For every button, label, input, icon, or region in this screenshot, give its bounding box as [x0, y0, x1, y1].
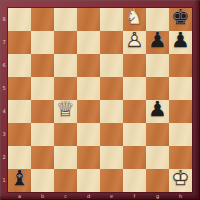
- piece-outline: ♙: [123, 29, 146, 52]
- square-f2[interactable]: [123, 146, 146, 169]
- square-a3[interactable]: [8, 123, 31, 146]
- black-bishop[interactable]: ♝: [8, 169, 31, 192]
- piece-glyph: ♟: [169, 29, 192, 52]
- piece-glyph: ♟: [146, 98, 169, 121]
- square-b4[interactable]: [31, 100, 54, 123]
- square-g6[interactable]: [146, 54, 169, 77]
- square-f4[interactable]: [123, 100, 146, 123]
- rank-label-4: 4: [0, 100, 8, 123]
- square-c1[interactable]: [54, 169, 77, 192]
- square-f3[interactable]: [123, 123, 146, 146]
- piece-outline: ♘: [123, 6, 146, 29]
- square-d5[interactable]: [77, 77, 100, 100]
- square-d8[interactable]: [77, 8, 100, 31]
- square-c6[interactable]: [54, 54, 77, 77]
- white-queen[interactable]: ♛♕: [54, 100, 77, 123]
- square-c8[interactable]: [54, 8, 77, 31]
- piece-outline: ♕: [54, 98, 77, 121]
- square-c7[interactable]: [54, 31, 77, 54]
- square-d4[interactable]: [77, 100, 100, 123]
- square-g4[interactable]: ♟: [146, 100, 169, 123]
- rank-label-2: 2: [0, 146, 8, 169]
- square-f1[interactable]: [123, 169, 146, 192]
- square-e2[interactable]: [100, 146, 123, 169]
- square-a6[interactable]: [8, 54, 31, 77]
- file-label-f: f: [123, 192, 146, 200]
- square-a8[interactable]: [8, 8, 31, 31]
- file-label-g: g: [146, 192, 169, 200]
- square-h3[interactable]: [169, 123, 192, 146]
- square-b2[interactable]: [31, 146, 54, 169]
- square-d1[interactable]: [77, 169, 100, 192]
- chess-board-frame: ♞♘♚♟♙♟♟♛♕♟♝♚♔ 87654321 abcdefgh: [0, 0, 200, 200]
- square-b6[interactable]: [31, 54, 54, 77]
- chess-board: ♞♘♚♟♙♟♟♛♕♟♝♚♔: [8, 8, 192, 192]
- square-h5[interactable]: [169, 77, 192, 100]
- square-d6[interactable]: [77, 54, 100, 77]
- rank-label-6: 6: [0, 54, 8, 77]
- square-b8[interactable]: [31, 8, 54, 31]
- black-pawn[interactable]: ♟: [146, 31, 169, 54]
- piece-glyph: ♚: [169, 6, 192, 29]
- square-h1[interactable]: ♚♔: [169, 169, 192, 192]
- square-h7[interactable]: ♟: [169, 31, 192, 54]
- piece-outline: ♔: [169, 167, 192, 190]
- square-g2[interactable]: [146, 146, 169, 169]
- square-g1[interactable]: [146, 169, 169, 192]
- square-e5[interactable]: [100, 77, 123, 100]
- square-b5[interactable]: [31, 77, 54, 100]
- piece-glyph: ♝: [8, 167, 31, 190]
- square-b1[interactable]: [31, 169, 54, 192]
- rank-label-3: 3: [0, 123, 8, 146]
- white-pawn[interactable]: ♟♙: [123, 31, 146, 54]
- file-label-c: c: [54, 192, 77, 200]
- square-a5[interactable]: [8, 77, 31, 100]
- white-king[interactable]: ♚♔: [169, 169, 192, 192]
- square-a1[interactable]: ♝: [8, 169, 31, 192]
- square-f7[interactable]: ♟♙: [123, 31, 146, 54]
- piece-glyph: ♟: [146, 29, 169, 52]
- rank-label-5: 5: [0, 77, 8, 100]
- square-e7[interactable]: [100, 31, 123, 54]
- square-e1[interactable]: [100, 169, 123, 192]
- square-e4[interactable]: [100, 100, 123, 123]
- square-e8[interactable]: [100, 8, 123, 31]
- square-g7[interactable]: ♟: [146, 31, 169, 54]
- file-label-d: d: [77, 192, 100, 200]
- square-d3[interactable]: [77, 123, 100, 146]
- black-pawn[interactable]: ♟: [146, 100, 169, 123]
- square-f6[interactable]: [123, 54, 146, 77]
- square-d2[interactable]: [77, 146, 100, 169]
- square-d7[interactable]: [77, 31, 100, 54]
- square-h4[interactable]: [169, 100, 192, 123]
- black-pawn[interactable]: ♟: [169, 31, 192, 54]
- rank-label-1: 1: [0, 169, 8, 192]
- square-a4[interactable]: [8, 100, 31, 123]
- square-h6[interactable]: [169, 54, 192, 77]
- rank-label-7: 7: [0, 31, 8, 54]
- file-label-h: h: [169, 192, 192, 200]
- square-c3[interactable]: [54, 123, 77, 146]
- square-g3[interactable]: [146, 123, 169, 146]
- square-e3[interactable]: [100, 123, 123, 146]
- square-a7[interactable]: [8, 31, 31, 54]
- file-label-b: b: [31, 192, 54, 200]
- rank-label-8: 8: [0, 8, 8, 31]
- square-f5[interactable]: [123, 77, 146, 100]
- square-b7[interactable]: [31, 31, 54, 54]
- file-label-a: a: [8, 192, 31, 200]
- square-b3[interactable]: [31, 123, 54, 146]
- square-c4[interactable]: ♛♕: [54, 100, 77, 123]
- file-label-e: e: [100, 192, 123, 200]
- square-e6[interactable]: [100, 54, 123, 77]
- square-c2[interactable]: [54, 146, 77, 169]
